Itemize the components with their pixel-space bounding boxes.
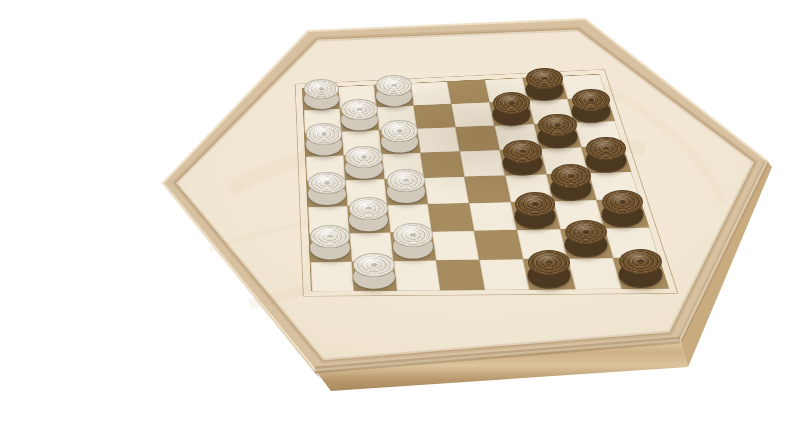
checker-dark-r7c7[interactable] (565, 220, 607, 244)
checker-light-r5c3[interactable] (387, 169, 426, 192)
checker-dark-r4c8[interactable] (586, 137, 625, 160)
checker-light-r1c3[interactable] (376, 75, 412, 96)
checker-dark-r5c7[interactable] (551, 164, 591, 187)
pieces-layer (0, 0, 800, 434)
checker-light-r8c2[interactable] (353, 253, 394, 277)
checker-light-r7c1[interactable] (310, 225, 350, 248)
checker-light-r2c2[interactable] (341, 99, 377, 120)
checker-dark-r2c6[interactable] (493, 92, 530, 114)
checker-light-r1c1[interactable] (304, 79, 339, 100)
checker-light-r7c3[interactable] (393, 223, 434, 247)
checker-dark-r4c6[interactable] (503, 140, 542, 163)
checker-dark-r6c8[interactable] (602, 190, 643, 214)
checker-light-r6c2[interactable] (349, 197, 388, 220)
checker-dark-r2c8[interactable] (572, 89, 610, 111)
checker-dark-r1c7[interactable] (526, 68, 563, 90)
checker-light-r3c1[interactable] (306, 123, 343, 145)
hexagonal-checkers-board-photo (0, 0, 800, 434)
checker-dark-r8c8[interactable] (619, 249, 662, 274)
checker-light-r3c3[interactable] (381, 120, 418, 142)
checker-dark-r6c6[interactable] (515, 192, 556, 216)
checker-dark-r3c7[interactable] (538, 114, 576, 136)
checker-light-r4c2[interactable] (345, 146, 383, 168)
checker-light-r5c1[interactable] (308, 172, 346, 194)
checker-dark-r8c6[interactable] (528, 250, 570, 275)
